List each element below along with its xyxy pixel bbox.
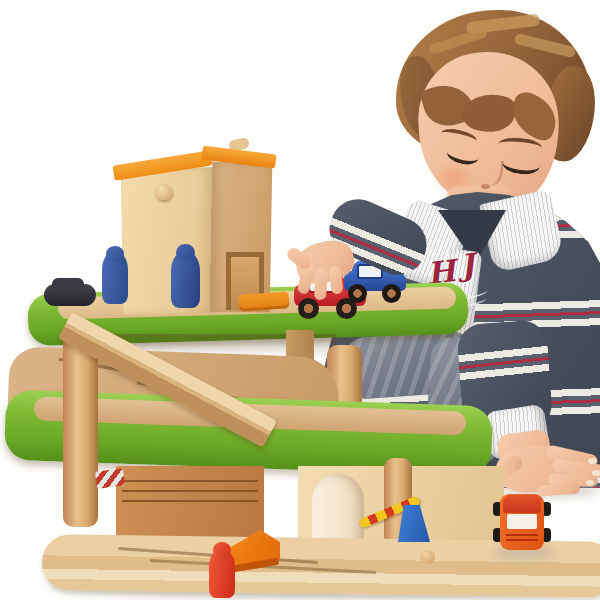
boy-cheek-blush [440,168,468,188]
fingernail [592,470,600,476]
blue-car-wheel [348,284,367,303]
boy-right-finger [314,268,328,301]
peg-person-blue-head [106,246,124,262]
photo-scene: H J [0,0,600,600]
pillar-front-left [63,333,98,527]
ground-wall-groove [122,490,258,492]
orange-car-grille-line [506,534,538,536]
ground-wall-groove [122,500,258,502]
fingernail [586,480,594,486]
red-car-wheel [298,298,319,319]
fingernail [588,458,597,464]
ground-wall-groove [122,480,258,482]
peg-person-blue-head [176,244,195,261]
orange-car-grille-line [506,539,538,541]
orange-toy-car [496,492,548,554]
blue-car-wheel [382,284,401,303]
tire-stack-top [52,278,84,290]
orange-car-cab [503,495,541,513]
orange-car-window [507,514,537,529]
orange-deck-piece [238,291,289,311]
base-edge-knob [420,550,435,564]
tower-crank-knob [155,184,172,200]
peg-person-red-head [213,542,231,558]
shirt-logo-letter-j: J [458,247,476,283]
